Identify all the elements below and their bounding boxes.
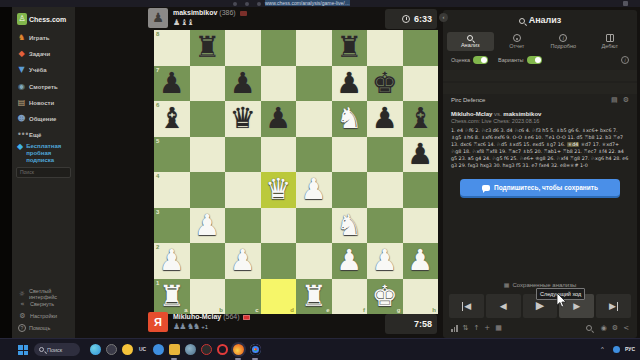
square-b4[interactable]	[190, 172, 226, 208]
collapse-sidebar[interactable]: « Свернуть	[18, 300, 54, 308]
evaluation-toggle[interactable]	[473, 56, 488, 64]
square-h2[interactable]: ♟	[403, 243, 439, 279]
clock-icon	[402, 15, 410, 23]
square-b2[interactable]	[190, 243, 226, 279]
stats-icon[interactable]	[451, 325, 458, 332]
square-h3[interactable]	[403, 208, 439, 244]
chat-bubble-icon	[482, 185, 490, 191]
more-dots-icon: •••	[17, 130, 26, 139]
engine-line-row	[443, 70, 637, 81]
white-knight[interactable]: ♞	[332, 208, 368, 243]
active-indicator	[235, 358, 241, 360]
black-pawn[interactable]: ♟	[332, 66, 368, 101]
book-icon	[606, 34, 614, 42]
black-queen[interactable]: ♛	[225, 101, 261, 136]
chess-board[interactable]: 8♜♜7♟♟♟♚6♝♛♟♞♟♝5♟4♛♟3♟♞2♟♟♟♟♟1a♜bcde♜fg♚…	[154, 30, 438, 314]
tab-opening[interactable]: Дебют	[587, 32, 634, 51]
last-move-button[interactable]: ▶	[596, 294, 631, 318]
rank-label: 1	[156, 280, 159, 286]
white-queen[interactable]: ♛	[261, 172, 297, 207]
chrome-browser-icon[interactable]	[250, 344, 261, 355]
watch-icon: ◉	[17, 82, 26, 91]
square-c5[interactable]	[225, 137, 261, 173]
square-f8[interactable]: ♜	[332, 30, 368, 66]
mouse-cursor	[556, 293, 568, 309]
square-d2[interactable]	[261, 243, 297, 279]
square-h1[interactable]: h	[403, 279, 439, 315]
square-e7[interactable]	[296, 66, 332, 102]
square-c7[interactable]: ♟	[225, 66, 261, 102]
black-pawn[interactable]: ♟	[367, 101, 403, 136]
square-e1[interactable]: e♜	[296, 279, 332, 315]
file-explorer-icon[interactable]	[169, 344, 180, 355]
panel-tabs: Анализ Отчет i Подробно Дебют	[447, 32, 633, 51]
running-indicator	[171, 358, 177, 360]
search-icon	[519, 18, 525, 24]
keyboard-language[interactable]: РУС	[625, 346, 635, 352]
panel-footer-icons: ⇅ ↑ + ▦ ◉ ⚙ <	[451, 324, 629, 332]
square-b3[interactable]: ♟	[190, 208, 226, 244]
white-pawn[interactable]: ♟	[367, 243, 403, 278]
rank-label: 8	[156, 31, 159, 37]
add-icon[interactable]: +	[484, 324, 490, 332]
saved-icon: ▦	[504, 281, 510, 288]
pawn-logo-icon: ♙	[17, 13, 27, 25]
taskbar-search[interactable]: Поиск	[34, 343, 80, 356]
tray-audio-icon[interactable]	[613, 346, 620, 353]
square-a6[interactable]: 6♝	[154, 101, 190, 137]
rank-label: 4	[156, 173, 159, 179]
evaluation-toggle-group: Оценка	[451, 56, 488, 64]
square-g4[interactable]	[367, 172, 403, 208]
square-b5[interactable]	[190, 137, 226, 173]
screen: www.chess.com/analysis/game-live/… ♙ Che…	[0, 0, 640, 360]
sidebar-item-social[interactable]: ☻ Общение	[17, 114, 73, 123]
square-f2[interactable]: ♟	[332, 243, 368, 279]
boards-icon[interactable]: ▦	[495, 324, 502, 332]
black-pawn[interactable]: ♟	[261, 101, 297, 136]
social-icon: ☻	[17, 114, 26, 123]
url-text[interactable]: www.chess.com/analysis/game-live/…	[265, 0, 350, 7]
square-c2[interactable]: ♟	[225, 243, 261, 279]
lines-toggle-group: Варианты	[498, 56, 541, 64]
bottom-captured-pieces: ♟♟ ♞♞+1	[173, 322, 208, 331]
square-a2[interactable]: 2♟	[154, 243, 190, 279]
game-event: Chess.com: Live Chess: 2023.08.16	[451, 118, 629, 124]
square-c4[interactable]	[225, 172, 261, 208]
current-move[interactable]: ♕d4	[567, 142, 579, 147]
black-rook[interactable]: ♜	[332, 30, 368, 65]
puzzle-icon: ◆	[17, 49, 26, 58]
saved-analyses-link[interactable]: ▦Сохраненные анализы	[443, 281, 637, 288]
sidebar-item-play[interactable]: ♞ Играть	[17, 33, 73, 42]
tray-chevron-icon[interactable]: ^	[601, 346, 604, 352]
extension-icon[interactable]	[623, 1, 628, 6]
white-player-name: Mikluho-Mclay	[451, 111, 492, 117]
sidebar-item-watch[interactable]: ◉ Смотреть	[17, 82, 73, 91]
uc-browser-icon[interactable]: UC	[139, 346, 146, 352]
square-f3[interactable]: ♞	[332, 208, 368, 244]
search-icon	[39, 347, 44, 352]
megaphone-app-icon[interactable]	[153, 344, 164, 355]
square-d8[interactable]	[261, 30, 297, 66]
square-e6[interactable]	[296, 101, 332, 137]
taskbar: Поиск UC ^ РУС	[0, 338, 640, 360]
move-list[interactable]: 1. e4 ♘f6 2. ♘c3 d6 3. d4 ♘c6 4. ♘f3 h5 …	[451, 127, 629, 169]
square-c1[interactable]: c	[225, 279, 261, 315]
square-e5[interactable]	[296, 137, 332, 173]
info-icon[interactable]: i	[621, 56, 629, 64]
square-d3[interactable]	[261, 208, 297, 244]
square-g2[interactable]: ♟	[367, 243, 403, 279]
question-icon: ?	[18, 324, 26, 332]
opening-settings-icon[interactable]: ⚙	[623, 96, 629, 104]
reload-icon[interactable]	[233, 2, 237, 6]
settings-icon[interactable]: ⚙	[612, 324, 618, 332]
flip-board-icon[interactable]: ⇅	[463, 324, 469, 332]
square-f6[interactable]: ♞	[332, 101, 368, 137]
top-avatar[interactable]: ♟	[148, 8, 168, 28]
square-d4[interactable]: ♛	[261, 172, 297, 208]
opera-browser-icon[interactable]	[217, 344, 228, 355]
square-f7[interactable]: ♟	[332, 66, 368, 102]
black-pawn[interactable]: ♟	[403, 137, 439, 172]
upload-icon[interactable]: ↑	[473, 324, 479, 332]
rank-label: 5	[156, 138, 159, 144]
rank-label: 3	[156, 209, 159, 215]
sidebar-item-puzzles[interactable]: ◆ Задачи	[17, 49, 73, 58]
square-e8[interactable]	[296, 30, 332, 66]
square-d1[interactable]: d	[261, 279, 297, 315]
rank-label: 7	[156, 67, 159, 73]
news-icon: ▤	[17, 98, 26, 107]
sun-icon: ☼	[18, 290, 26, 298]
white-pawn[interactable]: ♟	[296, 172, 332, 207]
square-h8[interactable]	[403, 30, 439, 66]
square-a8[interactable]: 8	[154, 30, 190, 66]
square-e2[interactable]	[296, 243, 332, 279]
square-h5[interactable]: ♟	[403, 137, 439, 173]
square-a7[interactable]: 7♟	[154, 66, 190, 102]
sidebar-search-input[interactable]: Поиск	[16, 167, 71, 178]
tab-analysis[interactable]: Анализ	[447, 32, 494, 51]
panel-title: Анализ	[443, 15, 637, 25]
square-c3[interactable]	[225, 208, 261, 244]
info-icon: i	[559, 34, 567, 42]
lines-toggle[interactable]	[527, 56, 542, 64]
sidebar: ♙ Chess.com ♞ Играть ◆ Задачи ▼ Учёба ◉ …	[12, 7, 75, 338]
bottom-player-name[interactable]: Mikluho-Mclay (564)	[173, 313, 250, 320]
weather-app-icon[interactable]	[122, 344, 133, 355]
sidebar-item-more[interactable]: ••• Ещё	[17, 130, 73, 139]
square-g3[interactable]	[367, 208, 403, 244]
square-g1[interactable]: g♚	[367, 279, 403, 315]
opening-book-icon[interactable]: ▤	[611, 96, 618, 104]
square-d6[interactable]: ♟	[261, 101, 297, 137]
square-g6[interactable]: ♟	[367, 101, 403, 137]
square-g7[interactable]: ♚	[367, 66, 403, 102]
pen-app-icon[interactable]	[106, 344, 117, 355]
square-b1[interactable]: b	[190, 279, 226, 315]
sidebar-item-news[interactable]: ▤ Новости	[17, 98, 73, 107]
previous-move-button[interactable]: ◀	[486, 294, 521, 318]
square-a5[interactable]: 5	[154, 137, 190, 173]
first-move-button[interactable]: ◀	[449, 294, 484, 318]
edge-browser-icon[interactable]	[90, 344, 101, 355]
black-pawn[interactable]: ♟	[225, 66, 261, 101]
collapse-icon: «	[18, 300, 27, 308]
square-g8[interactable]	[367, 30, 403, 66]
square-c8[interactable]	[225, 30, 261, 66]
square-e4[interactable]: ♟	[296, 172, 332, 208]
square-a3[interactable]: 3	[154, 208, 190, 244]
windows-start-button[interactable]	[18, 345, 28, 355]
graduation-cap-icon: ▼	[17, 65, 26, 74]
bookmark-icon[interactable]	[245, 2, 249, 6]
gear-icon: ⚙	[18, 312, 27, 320]
rank-label: 2	[156, 244, 159, 250]
square-a1[interactable]: 1a♜	[154, 279, 190, 315]
white-knight[interactable]: ♞	[332, 101, 368, 136]
browser-bar: www.chess.com/analysis/game-live/…	[0, 0, 640, 7]
square-b8[interactable]: ♜	[190, 30, 226, 66]
square-b6[interactable]	[190, 101, 226, 137]
bottom-avatar[interactable]: Я	[148, 312, 168, 332]
tab-details[interactable]: i Подробно	[540, 32, 587, 51]
top-clock: 6:33	[385, 9, 437, 29]
chesscom-logo[interactable]: ♙ Chess.com	[17, 13, 66, 25]
report-icon	[513, 34, 521, 42]
square-h7[interactable]	[403, 66, 439, 102]
black-rook[interactable]: ♜	[190, 30, 226, 65]
firefox-browser-icon[interactable]	[233, 344, 244, 355]
square-a4[interactable]: 4	[154, 172, 190, 208]
rank-label: 6	[156, 102, 159, 108]
lock-icon	[257, 2, 261, 6]
running-indicator	[252, 358, 258, 360]
square-f5[interactable]	[332, 137, 368, 173]
square-c6[interactable]: ♛	[225, 101, 261, 137]
white-pawn[interactable]: ♟	[403, 243, 439, 278]
help-item[interactable]: ? Помощь	[18, 324, 50, 332]
white-pawn[interactable]: ♟	[225, 243, 261, 278]
engine-line-row	[443, 83, 637, 94]
white-pawn[interactable]: ♟	[332, 243, 368, 278]
settings-item[interactable]: ⚙ Настройки	[18, 312, 57, 320]
engine-icon[interactable]: ◉	[601, 324, 607, 332]
play-icon: ♞	[17, 33, 26, 42]
free-trial-link[interactable]: ◆ Бесплатная пробная подписка	[17, 143, 71, 164]
subscribe-button[interactable]: Подпишитесь, чтобы сохранить	[460, 179, 620, 196]
tab-report[interactable]: Отчет	[494, 32, 541, 51]
square-g5[interactable]	[367, 137, 403, 173]
square-f1[interactable]: f	[332, 279, 368, 315]
window-edge	[0, 7, 12, 338]
settings-app-icon[interactable]	[185, 344, 196, 355]
share-icon[interactable]: <	[623, 324, 629, 332]
square-d5[interactable]	[261, 137, 297, 173]
sidebar-item-learn[interactable]: ▼ Учёба	[17, 65, 73, 74]
light-ui-toggle[interactable]: ☼ Светлый интерфейс	[18, 288, 75, 300]
black-bishop[interactable]: ♝	[403, 101, 439, 136]
top-captured-pieces: ♟ ♝♝	[173, 18, 193, 27]
square-b7[interactable]	[190, 66, 226, 102]
square-e3[interactable]	[296, 208, 332, 244]
square-h4[interactable]	[403, 172, 439, 208]
top-player-name[interactable]: maksimbikov (386)	[173, 9, 247, 16]
analysis-icon	[467, 35, 473, 41]
flag-icon	[243, 315, 250, 320]
square-h6[interactable]: ♝	[403, 101, 439, 137]
white-pawn[interactable]: ♟	[190, 208, 226, 243]
square-f4[interactable]	[332, 172, 368, 208]
flag-icon	[240, 11, 247, 16]
explore-icon[interactable]	[586, 325, 592, 331]
game-header: Mikluho-Mclay vs. maksimbikov Chess.com:…	[451, 111, 629, 124]
black-player-name: maksimbikov	[503, 111, 541, 117]
opera-gx-icon[interactable]	[201, 344, 212, 355]
square-d7[interactable]	[261, 66, 297, 102]
opening-row[interactable]: Pirc Defence ▤ ⚙	[451, 96, 629, 104]
diamond-icon: ◆	[17, 143, 23, 164]
black-king[interactable]: ♚	[367, 66, 403, 101]
toggle-row: Оценка Варианты i	[451, 56, 629, 64]
bottom-clock: 7:58	[385, 314, 437, 334]
